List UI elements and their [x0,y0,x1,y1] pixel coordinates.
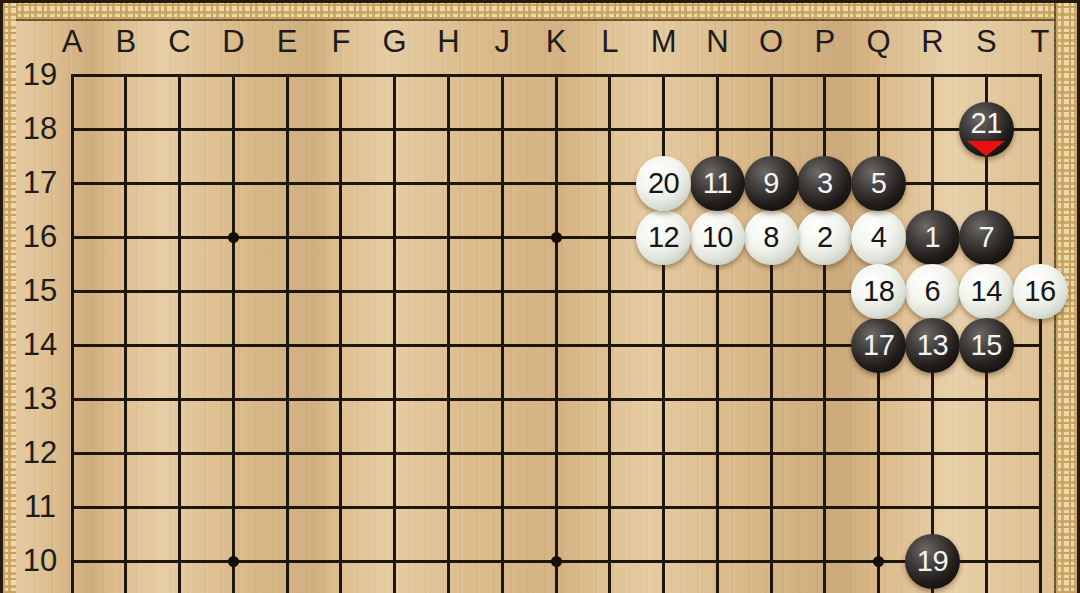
stone-number: 6 [905,264,960,319]
stone-number: 12 [636,210,691,265]
row-label-18: 18 [23,111,57,147]
stone-black-5-Q17[interactable]: 5 [851,156,906,211]
stone-number: 9 [744,156,799,211]
stone-black-1-R16[interactable]: 1 [905,210,960,265]
grid-line-col-P [823,74,826,593]
column-label-O: O [759,24,783,60]
stone-black-19-R10[interactable]: 19 [905,534,960,589]
stone-number: 10 [690,210,745,265]
stone-number: 15 [959,318,1014,373]
grid-line-col-F [339,74,342,593]
grid-line-col-E [286,74,289,593]
row-label-11: 11 [24,489,56,525]
star-point-D16 [228,232,239,243]
stone-black-17-Q14[interactable]: 17 [851,318,906,373]
stone-number: 13 [905,318,960,373]
stone-number: 16 [1013,264,1068,319]
stone-white-6-R15[interactable]: 6 [905,264,960,319]
column-label-H: H [437,24,459,60]
stone-number: 14 [959,264,1014,319]
board-frame-edge-left [0,0,3,593]
stone-number: 7 [959,210,1014,265]
grid-line-col-T [1039,74,1042,593]
column-label-M: M [651,24,677,60]
board-frame-left-meander [3,3,16,593]
stone-black-15-S14[interactable]: 15 [959,318,1014,373]
row-label-10: 10 [23,543,57,579]
column-label-N: N [706,24,728,60]
column-label-S: S [976,24,997,60]
stone-white-2-P16[interactable]: 2 [797,210,852,265]
star-point-K16 [551,232,562,243]
stone-black-7-S16[interactable]: 7 [959,210,1014,265]
stone-white-12-M16[interactable]: 12 [636,210,691,265]
stone-number: 4 [851,210,906,265]
board-frame-edge-top [0,0,1080,3]
row-label-12: 12 [23,435,57,471]
grid-line-col-L [608,74,611,593]
column-label-D: D [222,24,244,60]
go-board-screen: ABCDEFGHJKLMNOPQRST19181716151413121110 … [0,0,1080,593]
row-label-17: 17 [23,165,57,201]
grid-line-col-J [501,74,504,593]
stone-number: 8 [744,210,799,265]
grid-line-col-O [770,74,773,593]
column-label-B: B [115,24,136,60]
stone-black-11-N17[interactable]: 11 [690,156,745,211]
stone-black-21-S18[interactable]: 21 [959,102,1014,157]
grid-line-col-A [71,74,74,593]
grid-line-col-K [555,74,558,593]
column-label-R: R [921,24,943,60]
stone-white-8-O16[interactable]: 8 [744,210,799,265]
stone-white-10-N16[interactable]: 10 [690,210,745,265]
last-move-triangle-icon [967,141,1005,156]
grid-line-col-H [447,74,450,593]
grid-line-col-N [716,74,719,593]
grid-line-col-B [124,74,127,593]
column-label-J: J [494,24,510,60]
stone-number: 1 [905,210,960,265]
stone-black-13-R14[interactable]: 13 [905,318,960,373]
stone-number: 17 [851,318,906,373]
stone-white-18-Q15[interactable]: 18 [851,264,906,319]
row-label-14: 14 [23,327,57,363]
stone-number: 20 [636,156,691,211]
grid-line-col-C [178,74,181,593]
stone-white-20-M17[interactable]: 20 [636,156,691,211]
stone-number: 5 [851,156,906,211]
stone-number: 2 [797,210,852,265]
star-point-D10 [228,556,239,567]
row-label-16: 16 [23,219,57,255]
stone-number: 11 [690,156,745,211]
stone-number: 19 [905,534,960,589]
column-label-E: E [277,24,298,60]
column-label-K: K [546,24,567,60]
column-label-L: L [601,24,618,60]
star-point-K10 [551,556,562,567]
column-label-P: P [815,24,836,60]
stone-white-4-Q16[interactable]: 4 [851,210,906,265]
stone-number: 18 [851,264,906,319]
column-label-C: C [168,24,190,60]
column-label-F: F [331,24,350,60]
star-point-Q10 [873,556,884,567]
column-label-A: A [62,24,83,60]
column-label-Q: Q [867,24,891,60]
grid-line-col-D [232,74,235,593]
stone-white-14-S15[interactable]: 14 [959,264,1014,319]
stone-white-16-T15[interactable]: 16 [1013,264,1068,319]
row-label-13: 13 [23,381,57,417]
row-label-19: 19 [23,57,57,93]
column-label-T: T [1031,24,1050,60]
stone-black-9-O17[interactable]: 9 [744,156,799,211]
column-label-G: G [383,24,407,60]
stone-number: 3 [797,156,852,211]
stone-black-3-P17[interactable]: 3 [797,156,852,211]
grid-line-col-M [662,74,665,593]
board-frame-top-meander [3,3,1077,21]
row-label-15: 15 [23,273,57,309]
grid-line-col-G [393,74,396,593]
